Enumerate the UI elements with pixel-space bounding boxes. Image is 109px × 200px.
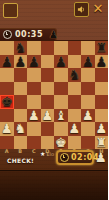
square-e2[interactable] [54,122,68,136]
square-a4[interactable]: ♚ [0,95,14,109]
black-pawn-icon: ♟ [49,30,58,40]
file-label-b: B [14,148,28,155]
square-h3[interactable] [95,109,109,123]
square-f3[interactable] [68,109,82,123]
black-king[interactable]: ♚ [1,95,13,109]
square-d8[interactable] [41,41,55,55]
square-c2[interactable] [27,122,41,136]
close-icon[interactable]: ✕ [90,0,106,16]
square-f4[interactable] [68,95,82,109]
bottom-wood-panel [0,170,108,200]
square-a8[interactable] [0,41,14,55]
square-a7[interactable]: ♟ [0,55,14,69]
fullscreen-icon[interactable] [3,3,18,18]
white-pawn[interactable]: ♟ [28,109,40,123]
square-a1[interactable] [0,136,14,150]
white-rook[interactable]: ♜ [95,136,107,150]
square-b1[interactable] [14,136,28,150]
white-knight[interactable]: ♞ [14,122,26,136]
square-e8[interactable] [54,41,68,55]
square-b5[interactable] [14,82,28,96]
square-c1[interactable] [27,136,41,150]
square-a3[interactable] [0,109,14,123]
square-c6[interactable] [27,68,41,82]
square-h4[interactable] [95,95,109,109]
square-b8[interactable]: ♞ [14,41,28,55]
speaker-glyph [77,5,86,14]
elo-label: Elo [46,151,54,157]
square-a6[interactable] [0,68,14,82]
clock-icon [60,153,69,162]
white-pawn[interactable]: ♟ [82,109,94,123]
chess-app-screen: ✕ 00:35 ♟ ♞♜♟♟♟♟♟♟♞♚♟♟♝♟♟♞♟♟♚♜ ABCDEFGH … [0,0,108,200]
white-king[interactable]: ♚ [55,136,67,150]
black-pawn[interactable]: ♟ [82,55,94,69]
square-b4[interactable] [14,95,28,109]
check-status-text: CHECK! [7,157,34,164]
square-c4[interactable] [27,95,41,109]
square-g2[interactable] [81,122,95,136]
white-pawn[interactable]: ♟ [68,122,80,136]
square-f5[interactable] [68,82,82,96]
black-pawn[interactable]: ♟ [14,55,26,69]
square-d6[interactable] [41,68,55,82]
square-e7[interactable]: ♟ [54,55,68,69]
square-e5[interactable] [54,82,68,96]
black-pawn[interactable]: ♟ [1,55,13,69]
black-pawn[interactable]: ♟ [28,55,40,69]
black-timer-value: 00:35 [15,30,43,39]
square-g1[interactable] [81,136,95,150]
file-label-c: C [27,148,41,155]
square-g6[interactable] [81,68,95,82]
white-bishop[interactable]: ♝ [55,109,67,123]
square-d5[interactable] [41,82,55,96]
square-h1[interactable]: ♜ [95,136,109,150]
square-e1[interactable]: ♚ [54,136,68,150]
elo-badge: ★ Elo [40,151,54,157]
square-f1[interactable] [68,136,82,150]
star-icon: ★ [40,151,45,157]
square-h8[interactable]: ♜ [95,41,109,55]
white-pawn[interactable]: ♟ [1,122,13,136]
black-pawn[interactable]: ♟ [95,55,107,69]
square-b6[interactable] [14,68,28,82]
square-a5[interactable] [0,82,14,96]
square-d4[interactable] [41,95,55,109]
black-rook[interactable]: ♜ [95,41,107,55]
square-c8[interactable] [27,41,41,55]
white-pawn[interactable]: ♟ [95,122,107,136]
square-b7[interactable]: ♟ [14,55,28,69]
square-g7[interactable]: ♟ [81,55,95,69]
square-g3[interactable]: ♟ [81,109,95,123]
square-c5[interactable] [27,82,41,96]
file-label-a: A [0,148,14,155]
square-f7[interactable] [68,55,82,69]
square-g4[interactable] [81,95,95,109]
square-f6[interactable]: ♞ [68,68,82,82]
square-e3[interactable]: ♝ [54,109,68,123]
square-h5[interactable] [95,82,109,96]
square-e6[interactable] [54,68,68,82]
square-c3[interactable]: ♟ [27,109,41,123]
square-e4[interactable] [54,95,68,109]
square-d1[interactable] [41,136,55,150]
square-b2[interactable]: ♞ [14,122,28,136]
square-d2[interactable] [41,122,55,136]
white-timer-box: 02:04 [56,150,94,165]
square-h6[interactable] [95,68,109,82]
square-d3[interactable]: ♟ [41,109,55,123]
black-knight[interactable]: ♞ [14,41,26,55]
square-f2[interactable]: ♟ [68,122,82,136]
chess-board: ♞♜♟♟♟♟♟♟♞♚♟♟♝♟♟♞♟♟♚♜ [0,40,108,149]
black-pawn[interactable]: ♟ [55,55,67,69]
square-c7[interactable]: ♟ [27,55,41,69]
square-g8[interactable] [81,41,95,55]
black-knight[interactable]: ♞ [68,68,80,82]
square-a2[interactable]: ♟ [0,122,14,136]
square-f8[interactable] [68,41,82,55]
clock-icon [3,30,12,39]
square-h7[interactable]: ♟ [95,55,109,69]
speaker-icon[interactable] [74,2,89,17]
square-d7[interactable] [41,55,55,69]
square-h2[interactable]: ♟ [95,122,109,136]
white-pawn-icon: ♟ [95,150,107,165]
white-pawn[interactable]: ♟ [41,109,53,123]
square-g5[interactable] [81,82,95,96]
square-b3[interactable] [14,109,28,123]
